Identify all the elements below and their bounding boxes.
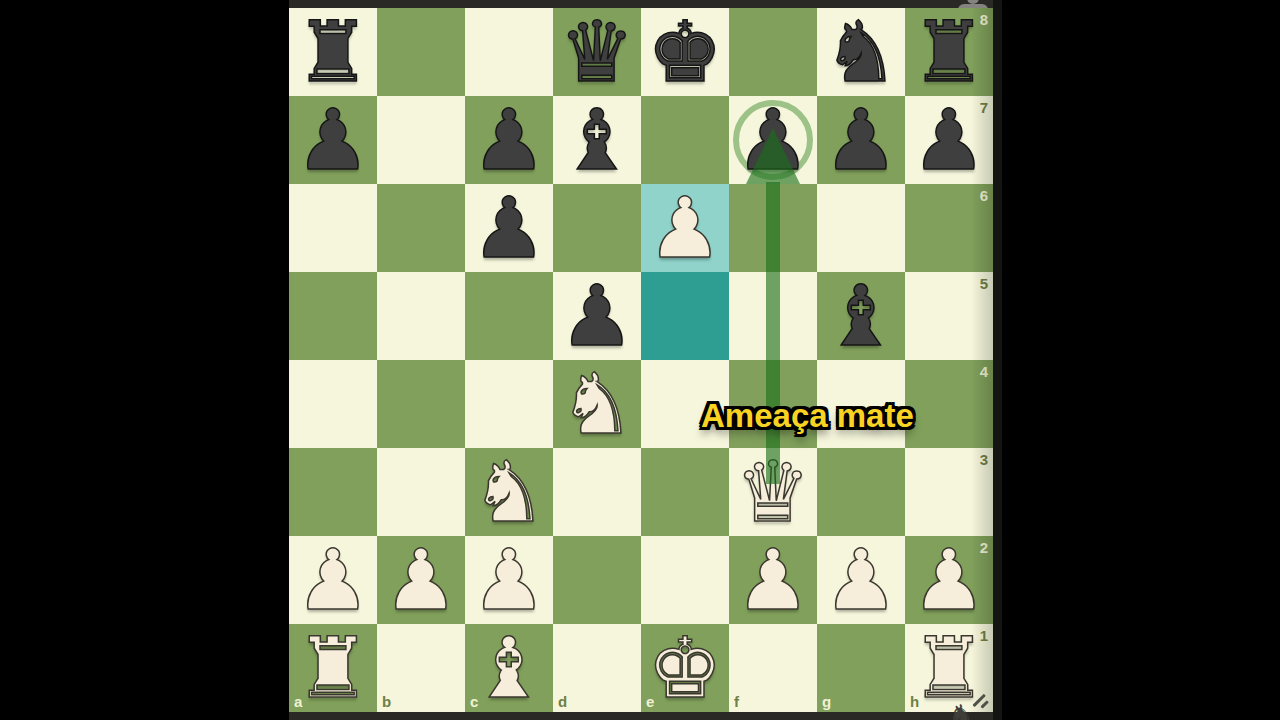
- piece-white-knight-d4[interactable]: ♞: [553, 360, 641, 448]
- annotation-threat-text: Ameaça mate: [701, 397, 914, 435]
- square-a1[interactable]: a♜: [289, 624, 377, 712]
- square-c2[interactable]: ♟: [465, 536, 553, 624]
- square-e3[interactable]: [641, 448, 729, 536]
- resize-handle-line: [980, 700, 988, 708]
- piece-black-pawn-a7[interactable]: ♟: [289, 96, 377, 184]
- square-g5[interactable]: ♝: [817, 272, 905, 360]
- square-d6[interactable]: [553, 184, 641, 272]
- piece-white-knight-c3[interactable]: ♞: [465, 448, 553, 536]
- file-label-h: h: [910, 694, 919, 709]
- file-label-e: e: [646, 694, 654, 709]
- screenshot-stage: ♜♛♚♞8♜♟♟♝♟♟7♟♟♟6♟♝5♞4♞♛3♟♟♟♟♟2♟a♜bc♝de♚f…: [0, 0, 1280, 720]
- square-e6[interactable]: ♟: [641, 184, 729, 272]
- piece-black-bishop-d7[interactable]: ♝: [553, 96, 641, 184]
- piece-white-pawn-b2[interactable]: ♟: [377, 536, 465, 624]
- piece-black-king-e8[interactable]: ♚: [641, 8, 729, 96]
- square-a7[interactable]: ♟: [289, 96, 377, 184]
- file-label-a: a: [294, 694, 302, 709]
- rank-label-1: 1: [980, 628, 988, 643]
- square-a4[interactable]: [289, 360, 377, 448]
- square-d8[interactable]: ♛: [553, 8, 641, 96]
- square-b5[interactable]: [377, 272, 465, 360]
- square-g8[interactable]: ♞: [817, 8, 905, 96]
- file-label-f: f: [734, 694, 739, 709]
- square-f8[interactable]: [729, 8, 817, 96]
- square-h4[interactable]: 4: [905, 360, 993, 448]
- file-label-b: b: [382, 694, 391, 709]
- square-a6[interactable]: [289, 184, 377, 272]
- file-label-g: g: [822, 694, 831, 709]
- square-e5[interactable]: [641, 272, 729, 360]
- square-b3[interactable]: [377, 448, 465, 536]
- square-h2[interactable]: 2♟: [905, 536, 993, 624]
- rank-label-5: 5: [980, 276, 988, 291]
- square-b1[interactable]: b: [377, 624, 465, 712]
- square-h5[interactable]: 5: [905, 272, 993, 360]
- square-d2[interactable]: [553, 536, 641, 624]
- square-b6[interactable]: [377, 184, 465, 272]
- square-d5[interactable]: ♟: [553, 272, 641, 360]
- threat-arrow-shaft: [766, 182, 780, 484]
- square-a5[interactable]: [289, 272, 377, 360]
- square-f1[interactable]: f: [729, 624, 817, 712]
- threat-arrow-head: [746, 128, 800, 184]
- square-b2[interactable]: ♟: [377, 536, 465, 624]
- square-d1[interactable]: d: [553, 624, 641, 712]
- piece-black-pawn-g7[interactable]: ♟: [817, 96, 905, 184]
- piece-white-pawn-c2[interactable]: ♟: [465, 536, 553, 624]
- piece-black-bishop-g5[interactable]: ♝: [817, 272, 905, 360]
- square-g1[interactable]: g: [817, 624, 905, 712]
- resize-handle-icon[interactable]: [969, 688, 991, 710]
- square-h6[interactable]: 6: [905, 184, 993, 272]
- square-b8[interactable]: [377, 8, 465, 96]
- square-c3[interactable]: ♞: [465, 448, 553, 536]
- square-d4[interactable]: ♞: [553, 360, 641, 448]
- square-c6[interactable]: ♟: [465, 184, 553, 272]
- square-a8[interactable]: ♜: [289, 8, 377, 96]
- square-f2[interactable]: ♟: [729, 536, 817, 624]
- chess-board: ♜♛♚♞8♜♟♟♝♟♟7♟♟♟6♟♝5♞4♞♛3♟♟♟♟♟2♟a♜bc♝de♚f…: [289, 8, 993, 712]
- square-c5[interactable]: [465, 272, 553, 360]
- piece-black-pawn-c7[interactable]: ♟: [465, 96, 553, 184]
- square-h8[interactable]: 8♜: [905, 8, 993, 96]
- square-g7[interactable]: ♟: [817, 96, 905, 184]
- square-e8[interactable]: ♚: [641, 8, 729, 96]
- piece-white-pawn-e6[interactable]: ♟: [641, 184, 729, 272]
- square-c7[interactable]: ♟: [465, 96, 553, 184]
- rank-label-4: 4: [980, 364, 988, 379]
- square-e7[interactable]: [641, 96, 729, 184]
- square-c4[interactable]: [465, 360, 553, 448]
- square-d3[interactable]: [553, 448, 641, 536]
- piece-white-pawn-g2[interactable]: ♟: [817, 536, 905, 624]
- square-g2[interactable]: ♟: [817, 536, 905, 624]
- rank-label-7: 7: [980, 100, 988, 115]
- square-a2[interactable]: ♟: [289, 536, 377, 624]
- rank-label-8: 8: [980, 12, 988, 27]
- square-c1[interactable]: c♝: [465, 624, 553, 712]
- square-e1[interactable]: e♚: [641, 624, 729, 712]
- rank-label-6: 6: [980, 188, 988, 203]
- square-d7[interactable]: ♝: [553, 96, 641, 184]
- piece-white-pawn-a2[interactable]: ♟: [289, 536, 377, 624]
- square-g6[interactable]: [817, 184, 905, 272]
- piece-black-knight-g8[interactable]: ♞: [817, 8, 905, 96]
- square-b4[interactable]: [377, 360, 465, 448]
- square-g3[interactable]: [817, 448, 905, 536]
- square-b7[interactable]: [377, 96, 465, 184]
- file-label-d: d: [558, 694, 567, 709]
- piece-white-pawn-f2[interactable]: ♟: [729, 536, 817, 624]
- square-e2[interactable]: [641, 536, 729, 624]
- square-h7[interactable]: 7♟: [905, 96, 993, 184]
- rank-label-2: 2: [980, 540, 988, 555]
- bottom-bar: [289, 712, 993, 720]
- piece-black-queen-d8[interactable]: ♛: [553, 8, 641, 96]
- square-c8[interactable]: [465, 8, 553, 96]
- piece-black-pawn-c6[interactable]: ♟: [465, 184, 553, 272]
- rank-label-3: 3: [980, 452, 988, 467]
- piece-black-rook-a8[interactable]: ♜: [289, 8, 377, 96]
- square-a3[interactable]: [289, 448, 377, 536]
- file-label-c: c: [470, 694, 478, 709]
- piece-black-pawn-d5[interactable]: ♟: [553, 272, 641, 360]
- square-h3[interactable]: 3: [905, 448, 993, 536]
- board-right-edge: [993, 0, 1002, 720]
